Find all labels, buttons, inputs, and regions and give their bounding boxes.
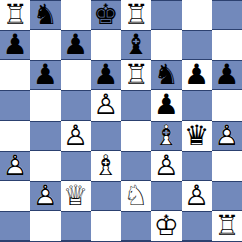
chess-board: ♜♖♞♚♜♖♟♟♝♟♟♜♖♞♟♟♟♙♟♟♙♝♗♛♟♙♟♙♝♗♟♙♟♙♛♕♞♘♟♙… [0, 0, 242, 242]
square-c5[interactable] [61, 90, 91, 120]
square-b5[interactable] [30, 90, 60, 120]
square-h8[interactable] [212, 0, 242, 30]
white-rook-outline: ♖ [121, 60, 151, 90]
white-pawn[interactable]: ♟♙ [61, 121, 91, 151]
square-e2[interactable]: ♞♘ [121, 181, 151, 211]
square-b2[interactable]: ♟♙ [30, 181, 60, 211]
square-a2[interactable] [0, 181, 30, 211]
black-pawn-glyph: ♟ [151, 90, 181, 120]
square-e5[interactable] [121, 90, 151, 120]
black-bishop-glyph: ♝ [121, 30, 151, 60]
black-king-glyph: ♚ [91, 0, 121, 30]
black-pawn[interactable]: ♟ [212, 60, 242, 90]
white-knight[interactable]: ♞♘ [121, 181, 151, 211]
square-d6[interactable]: ♟ [91, 60, 121, 90]
square-e3[interactable] [121, 151, 151, 181]
square-b8[interactable]: ♞ [30, 0, 60, 30]
white-pawn-outline: ♙ [61, 121, 91, 151]
square-f8[interactable] [151, 0, 181, 30]
square-g7[interactable] [182, 30, 212, 60]
square-b4[interactable] [30, 121, 60, 151]
black-pawn-glyph: ♟ [182, 60, 212, 90]
square-e1[interactable] [121, 211, 151, 241]
black-knight[interactable]: ♞ [30, 0, 60, 30]
square-a7[interactable]: ♟ [0, 30, 30, 60]
square-f5[interactable]: ♟ [151, 90, 181, 120]
square-f4[interactable]: ♝♗ [151, 121, 181, 151]
square-e7[interactable]: ♝ [121, 30, 151, 60]
square-b1[interactable] [30, 211, 60, 241]
black-pawn[interactable]: ♟ [151, 90, 181, 120]
square-g1[interactable] [182, 211, 212, 241]
square-d1[interactable] [91, 211, 121, 241]
square-h1[interactable]: ♜♖ [212, 211, 242, 241]
square-b3[interactable] [30, 151, 60, 181]
square-c6[interactable] [61, 60, 91, 90]
white-queen-outline: ♕ [61, 181, 91, 211]
black-pawn[interactable]: ♟ [30, 60, 60, 90]
square-c1[interactable] [61, 211, 91, 241]
square-c2[interactable]: ♛♕ [61, 181, 91, 211]
white-rook[interactable]: ♜♖ [121, 60, 151, 90]
square-d4[interactable] [91, 121, 121, 151]
black-pawn-glyph: ♟ [0, 30, 30, 60]
square-b7[interactable] [30, 30, 60, 60]
white-rook[interactable]: ♜♖ [212, 211, 242, 241]
square-g4[interactable]: ♛ [182, 121, 212, 151]
black-pawn-glyph: ♟ [61, 30, 91, 60]
square-f2[interactable] [151, 181, 181, 211]
white-rook[interactable]: ♜♖ [0, 0, 30, 30]
square-a3[interactable]: ♟♙ [0, 151, 30, 181]
square-c8[interactable] [61, 0, 91, 30]
black-king[interactable]: ♚ [91, 0, 121, 30]
square-f1[interactable]: ♚♔ [151, 211, 181, 241]
white-rook-outline: ♖ [0, 0, 30, 30]
square-h5[interactable] [212, 90, 242, 120]
black-pawn[interactable]: ♟ [91, 60, 121, 90]
white-queen[interactable]: ♛♕ [61, 181, 91, 211]
black-pawn-glyph: ♟ [30, 60, 60, 90]
black-pawn[interactable]: ♟ [182, 60, 212, 90]
white-pawn-outline: ♙ [30, 181, 60, 211]
white-pawn-outline: ♙ [182, 181, 212, 211]
white-pawn[interactable]: ♟♙ [91, 90, 121, 120]
square-h7[interactable] [212, 30, 242, 60]
black-bishop[interactable]: ♝ [121, 30, 151, 60]
square-g5[interactable] [182, 90, 212, 120]
square-g2[interactable]: ♟♙ [182, 181, 212, 211]
square-a5[interactable] [0, 90, 30, 120]
square-c3[interactable] [61, 151, 91, 181]
square-a6[interactable] [0, 60, 30, 90]
square-h2[interactable] [212, 181, 242, 211]
white-pawn-outline: ♙ [91, 90, 121, 120]
white-pawn[interactable]: ♟♙ [30, 181, 60, 211]
black-queen[interactable]: ♛ [182, 121, 212, 151]
white-knight-outline: ♘ [121, 181, 151, 211]
white-rook-outline: ♖ [121, 0, 151, 30]
square-d5[interactable]: ♟♙ [91, 90, 121, 120]
white-rook[interactable]: ♜♖ [121, 0, 151, 30]
white-pawn[interactable]: ♟♙ [151, 151, 181, 181]
square-d3[interactable]: ♝♗ [91, 151, 121, 181]
white-bishop[interactable]: ♝♗ [151, 121, 181, 151]
black-queen-glyph: ♛ [182, 121, 212, 151]
square-e4[interactable] [121, 121, 151, 151]
white-pawn[interactable]: ♟♙ [0, 151, 30, 181]
square-d8[interactable]: ♚ [91, 0, 121, 30]
square-h4[interactable]: ♟♙ [212, 121, 242, 151]
square-c7[interactable]: ♟ [61, 30, 91, 60]
square-g8[interactable] [182, 0, 212, 30]
square-a4[interactable] [0, 121, 30, 151]
white-rook-outline: ♖ [212, 211, 242, 241]
white-pawn[interactable]: ♟♙ [182, 181, 212, 211]
square-f6[interactable]: ♞ [151, 60, 181, 90]
square-h6[interactable]: ♟ [212, 60, 242, 90]
square-c4[interactable]: ♟♙ [61, 121, 91, 151]
square-a8[interactable]: ♜♖ [0, 0, 30, 30]
square-d7[interactable] [91, 30, 121, 60]
black-knight-glyph: ♞ [151, 60, 181, 90]
white-pawn-outline: ♙ [0, 151, 30, 181]
square-e8[interactable]: ♜♖ [121, 0, 151, 30]
white-pawn-outline: ♙ [212, 121, 242, 151]
white-bishop-outline: ♗ [91, 151, 121, 181]
square-a1[interactable] [0, 211, 30, 241]
square-h3[interactable] [212, 151, 242, 181]
square-f3[interactable]: ♟♙ [151, 151, 181, 181]
white-bishop[interactable]: ♝♗ [91, 151, 121, 181]
white-pawn-outline: ♙ [151, 151, 181, 181]
black-pawn-glyph: ♟ [91, 60, 121, 90]
square-g3[interactable] [182, 151, 212, 181]
black-pawn[interactable]: ♟ [0, 30, 30, 60]
black-knight-glyph: ♞ [30, 0, 60, 30]
white-king-outline: ♔ [151, 211, 181, 241]
black-pawn[interactable]: ♟ [61, 30, 91, 60]
square-g6[interactable]: ♟ [182, 60, 212, 90]
square-d2[interactable] [91, 181, 121, 211]
black-pawn-glyph: ♟ [212, 60, 242, 90]
white-bishop-outline: ♗ [151, 121, 181, 151]
black-knight[interactable]: ♞ [151, 60, 181, 90]
white-king[interactable]: ♚♔ [151, 211, 181, 241]
square-f7[interactable] [151, 30, 181, 60]
square-b6[interactable]: ♟ [30, 60, 60, 90]
square-e6[interactable]: ♜♖ [121, 60, 151, 90]
white-pawn[interactable]: ♟♙ [212, 121, 242, 151]
